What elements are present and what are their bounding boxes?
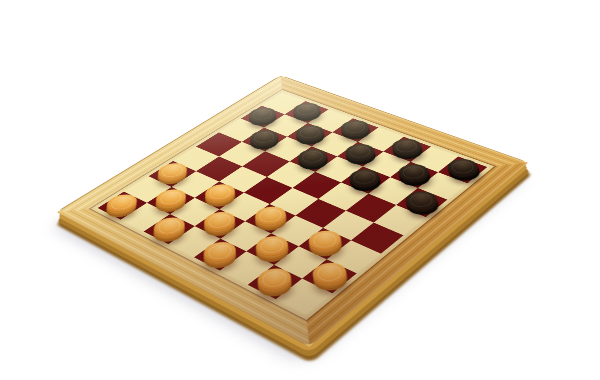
board-surface: ●●●●●●●●●●●●●●●●●●●●●●●● — [91, 90, 495, 320]
photo-stage: ●●●●●●●●●●●●●●●●●●●●●●●● — [0, 0, 600, 380]
checkers-board: ●●●●●●●●●●●●●●●●●●●●●●●● — [57, 76, 528, 347]
board-scene: ●●●●●●●●●●●●●●●●●●●●●●●● — [0, 0, 600, 380]
